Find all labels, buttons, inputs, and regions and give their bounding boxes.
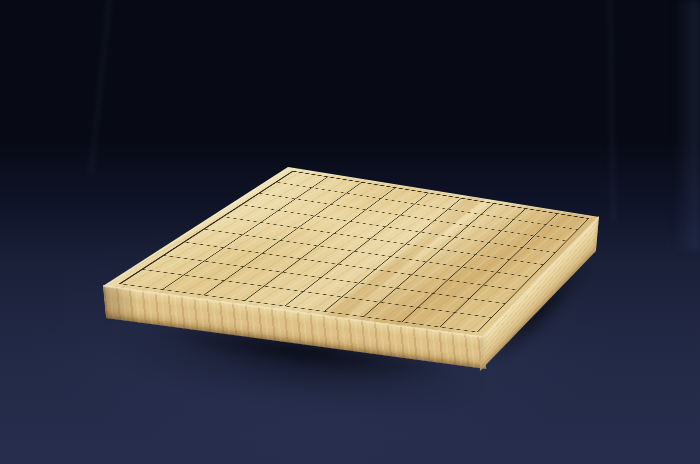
backdrop-fold-left [90, 0, 112, 174]
backdrop-edge-light [674, 0, 700, 250]
backdrop-fold-right [608, 0, 615, 221]
photo-scene [0, 0, 700, 464]
